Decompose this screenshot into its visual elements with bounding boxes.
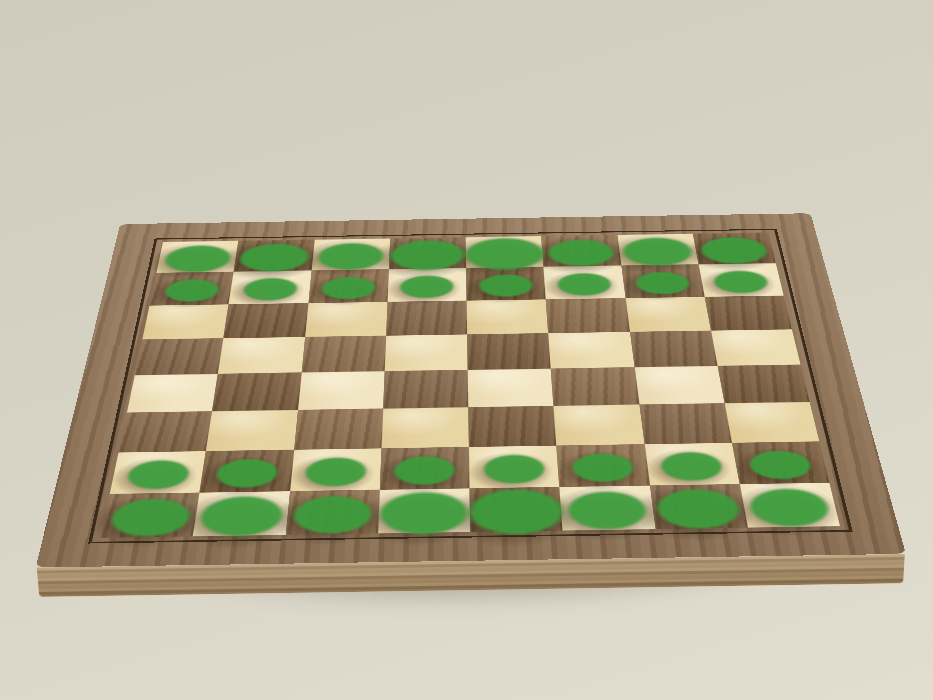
- camera-tilt-wrapper: ♜♞♝♛♚♝♞♜♟♟♟♟♟♟♟♟♟♟♟♟♟♟♟♟♜♞♝♛♚♝♞♜: [0, 0, 933, 700]
- chess-board: ♜♞♝♛♚♝♞♜♟♟♟♟♟♟♟♟♟♟♟♟♟♟♟♟♜♞♝♛♚♝♞♜: [36, 213, 906, 567]
- board-inlay-border: ♜♞♝♛♚♝♞♜♟♟♟♟♟♟♟♟♟♟♟♟♟♟♟♟♜♞♝♛♚♝♞♜: [88, 229, 852, 544]
- photo-backdrop: ♜♞♝♛♚♝♞♜♟♟♟♟♟♟♟♟♟♟♟♟♟♟♟♟♜♞♝♛♚♝♞♜: [0, 0, 933, 700]
- pawn-glyph: ♟: [687, 163, 794, 282]
- rook-glyph: ♜: [712, 339, 864, 508]
- board-squares: ♜♞♝♛♚♝♞♜♟♟♟♟♟♟♟♟♟♟♟♟♟♟♟♟♜♞♝♛♚♝♞♜: [100, 232, 840, 537]
